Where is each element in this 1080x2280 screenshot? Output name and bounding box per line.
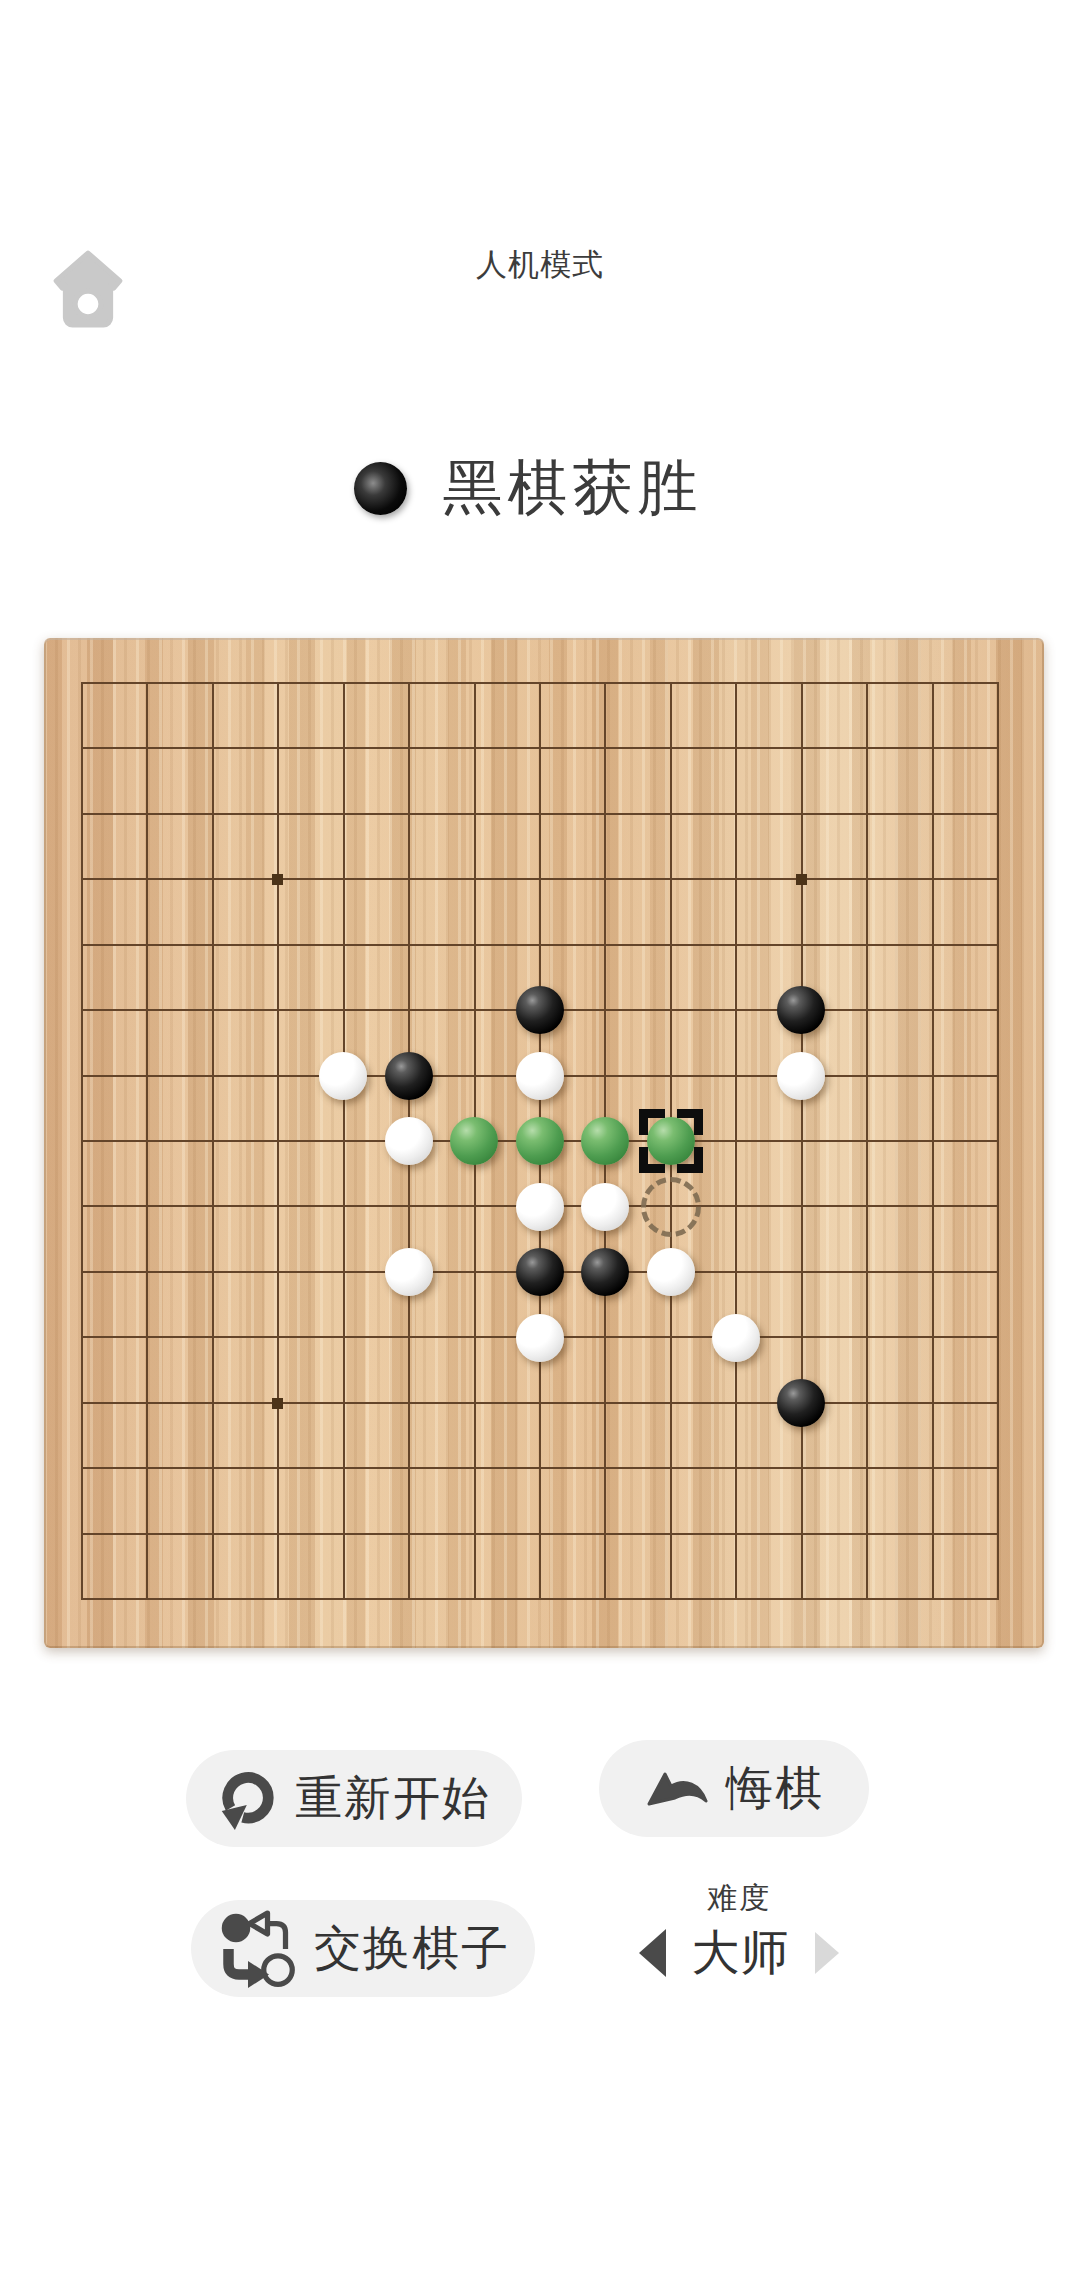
difficulty-next-arrow-icon[interactable] <box>815 1932 839 1974</box>
white-stone <box>647 1248 695 1296</box>
undo-label: 悔棋 <box>726 1757 824 1820</box>
gomoku-board[interactable] <box>44 638 1044 1648</box>
star-point <box>796 874 807 885</box>
black-stone <box>516 986 564 1034</box>
swap-pieces-icon <box>216 1910 298 1988</box>
bracket-corner <box>677 1109 703 1135</box>
star-point <box>272 874 283 885</box>
difficulty-label: 难度 <box>639 1878 839 1919</box>
white-stone <box>319 1052 367 1100</box>
white-stone <box>516 1183 564 1231</box>
swap-pieces-button[interactable]: 交换棋子 <box>191 1900 535 1997</box>
restart-button[interactable]: 重新开始 <box>186 1750 522 1847</box>
difficulty-prev-arrow-icon[interactable] <box>639 1929 666 1977</box>
difficulty-stepper: 难度 大师 <box>639 1878 839 1981</box>
black-stone-icon <box>354 462 407 515</box>
swap-pieces-label: 交换棋子 <box>314 1917 510 1980</box>
status-text: 黑棋获胜 <box>443 448 703 529</box>
white-stone <box>516 1314 564 1362</box>
black-stone <box>516 1248 564 1296</box>
status-row: 黑棋获胜 <box>0 448 1068 529</box>
star-point <box>272 1398 283 1409</box>
hint-dashed-circle-marker <box>641 1177 701 1237</box>
white-stone <box>581 1183 629 1231</box>
restart-icon <box>217 1768 279 1830</box>
last-move-bracket-marker <box>639 1109 703 1173</box>
restart-label: 重新开始 <box>295 1767 491 1830</box>
white-stone <box>516 1052 564 1100</box>
white-stone <box>385 1117 433 1165</box>
black-stone <box>385 1052 433 1100</box>
difficulty-value: 大师 <box>692 1921 790 1985</box>
bracket-corner <box>677 1147 703 1173</box>
bracket-corner <box>639 1109 665 1135</box>
app-screen: 人机模式 黑棋获胜 重新开始 悔棋 交换棋子 难度 <box>0 0 1080 2280</box>
undo-icon <box>644 1766 710 1812</box>
black-stone <box>581 1248 629 1296</box>
undo-button[interactable]: 悔棋 <box>599 1740 869 1837</box>
page-title: 人机模式 <box>0 244 1080 286</box>
green-winning-stone <box>516 1117 564 1165</box>
bracket-corner <box>639 1147 665 1173</box>
white-stone <box>712 1314 760 1362</box>
white-stone <box>385 1248 433 1296</box>
white-stone <box>777 1052 825 1100</box>
